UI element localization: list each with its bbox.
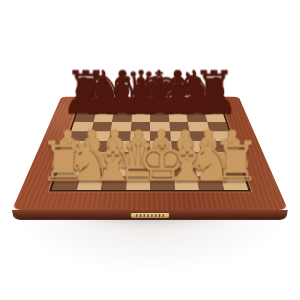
chess-board: ♜♞♝♛♚♝♞♜♟♟♟♟♟♟♟♟♟♟♟♟♟♟♟♟♜♞♝♛♚♝♞♜ bbox=[49, 105, 251, 191]
product-photo-stage: ♜♞♝♛♚♝♞♜♟♟♟♟♟♟♟♟♟♟♟♟♟♟♟♟♜♞♝♛♚♝♞♜ bbox=[0, 0, 300, 300]
brand-plaque bbox=[131, 213, 169, 218]
board-front-edge bbox=[12, 210, 288, 220]
piece-white-rook-h1[interactable]: ♜ bbox=[211, 135, 260, 190]
piece-black-pawn-h7[interactable]: ♟ bbox=[194, 72, 239, 122]
chess-board-frame: ♜♞♝♛♚♝♞♜♟♟♟♟♟♟♟♟♟♟♟♟♟♟♟♟♜♞♝♛♚♝♞♜ bbox=[12, 97, 288, 210]
square-h1[interactable]: ♜ bbox=[220, 176, 248, 190]
